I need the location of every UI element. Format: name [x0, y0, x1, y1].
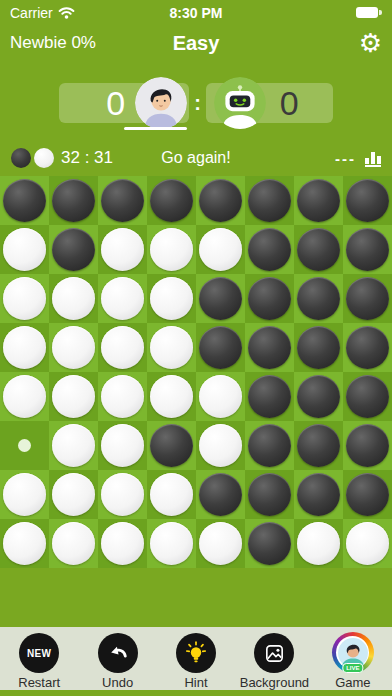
board-cell[interactable]	[98, 225, 147, 274]
board	[0, 176, 392, 568]
white-disc	[101, 326, 144, 369]
legal-move-dot[interactable]	[18, 439, 31, 452]
board-cell[interactable]	[294, 274, 343, 323]
board-cell[interactable]	[343, 274, 392, 323]
restart-label: Restart	[18, 675, 60, 690]
board-cell[interactable]	[0, 274, 49, 323]
board-cell[interactable]	[49, 323, 98, 372]
white-disc	[52, 522, 95, 565]
black-disc	[248, 375, 291, 418]
board-cell[interactable]	[49, 372, 98, 421]
black-disc	[248, 522, 291, 565]
robot-avatar	[214, 77, 266, 129]
hint-button[interactable]: Hint	[157, 627, 235, 690]
undo-label: Undo	[102, 675, 133, 690]
board-cell[interactable]	[0, 470, 49, 519]
board-cell[interactable]	[98, 421, 147, 470]
board-cell[interactable]	[196, 519, 245, 568]
board-cell[interactable]	[98, 274, 147, 323]
board-cell[interactable]	[0, 519, 49, 568]
white-disc	[101, 473, 144, 516]
board-cell[interactable]	[196, 323, 245, 372]
black-disc	[297, 277, 340, 320]
board-cell[interactable]	[147, 274, 196, 323]
status-bar: Carrier 8:30 PM	[0, 0, 392, 25]
player-score: 0	[106, 83, 125, 123]
black-disc	[346, 375, 389, 418]
white-disc	[150, 473, 193, 516]
ai-score: 0	[280, 83, 299, 123]
board-cell[interactable]	[245, 225, 294, 274]
score-separator: :	[194, 92, 201, 115]
board-cell[interactable]	[147, 372, 196, 421]
white-disc	[199, 522, 242, 565]
white-disc	[101, 277, 144, 320]
board-cell[interactable]	[49, 519, 98, 568]
white-disc	[3, 473, 46, 516]
restart-button[interactable]: NEW Restart	[0, 627, 78, 690]
board-cell[interactable]	[196, 176, 245, 225]
black-disc	[52, 179, 95, 222]
board-cell[interactable]	[147, 225, 196, 274]
new-badge-icon: NEW	[19, 633, 59, 673]
black-disc	[199, 179, 242, 222]
black-disc	[297, 228, 340, 271]
black-disc	[297, 473, 340, 516]
lightbulb-icon	[176, 633, 216, 673]
black-disc	[248, 277, 291, 320]
black-disc	[346, 424, 389, 467]
white-disc	[346, 522, 389, 565]
header: Newbie 0% Easy ⚙	[0, 25, 392, 61]
board-cell[interactable]	[49, 225, 98, 274]
black-disc	[248, 473, 291, 516]
board-cell[interactable]	[147, 176, 196, 225]
board-cell[interactable]	[294, 519, 343, 568]
white-disc	[297, 522, 340, 565]
black-disc	[248, 326, 291, 369]
board-cell[interactable]	[98, 470, 147, 519]
undo-arrow-icon	[98, 633, 138, 673]
background-button[interactable]: Background	[235, 627, 313, 690]
black-disc	[248, 424, 291, 467]
white-disc	[52, 473, 95, 516]
board-cell[interactable]	[196, 470, 245, 519]
white-disc	[101, 375, 144, 418]
black-disc	[3, 179, 46, 222]
board-cell[interactable]	[343, 176, 392, 225]
hint-label: Hint	[184, 675, 207, 690]
board-cell[interactable]	[196, 274, 245, 323]
black-disc	[101, 179, 144, 222]
game-button[interactable]: LIVE Game	[314, 627, 392, 690]
white-disc	[150, 277, 193, 320]
black-disc	[248, 179, 291, 222]
black-disc	[297, 375, 340, 418]
board-cell[interactable]	[0, 421, 49, 470]
board-cell[interactable]	[49, 421, 98, 470]
white-disc	[150, 228, 193, 271]
undo-button[interactable]: Undo	[78, 627, 156, 690]
rank-label: Newbie 0%	[10, 33, 96, 53]
black-disc	[297, 424, 340, 467]
white-disc	[150, 326, 193, 369]
board-cell[interactable]	[294, 470, 343, 519]
white-disc	[199, 228, 242, 271]
board-cell[interactable]	[245, 372, 294, 421]
board-cell[interactable]	[245, 176, 294, 225]
black-disc	[297, 179, 340, 222]
scoreboard: 0 :	[0, 83, 392, 123]
black-disc	[199, 277, 242, 320]
white-disc	[3, 375, 46, 418]
black-disc	[346, 228, 389, 271]
black-disc	[346, 277, 389, 320]
black-disc	[199, 473, 242, 516]
board-cell[interactable]	[294, 372, 343, 421]
white-disc	[101, 228, 144, 271]
board-cell[interactable]	[0, 323, 49, 372]
black-disc	[150, 179, 193, 222]
board-cell[interactable]	[147, 323, 196, 372]
board-cell[interactable]	[196, 225, 245, 274]
board-cell[interactable]	[147, 470, 196, 519]
board-cell[interactable]	[343, 470, 392, 519]
black-disc	[346, 473, 389, 516]
game-avatar-icon: LIVE	[332, 632, 374, 673]
board-cell[interactable]	[49, 470, 98, 519]
clock: 8:30 PM	[0, 5, 392, 21]
white-disc	[199, 424, 242, 467]
board-cell[interactable]	[0, 176, 49, 225]
board-cell[interactable]	[49, 274, 98, 323]
board-cell[interactable]	[343, 225, 392, 274]
board-cell[interactable]	[245, 274, 294, 323]
app-screen: Carrier 8:30 PM Newbie 0% Easy ⚙ 0	[0, 0, 392, 696]
board-cell[interactable]	[196, 372, 245, 421]
background-label: Background	[240, 675, 309, 690]
black-disc	[150, 424, 193, 467]
player-score-box: 0	[59, 83, 189, 123]
toolbar: NEW Restart Undo	[0, 627, 392, 690]
board-cell[interactable]	[343, 323, 392, 372]
board-cell[interactable]	[245, 421, 294, 470]
board-cell[interactable]	[294, 176, 343, 225]
live-badge: LIVE	[342, 663, 363, 673]
board-cell[interactable]	[294, 421, 343, 470]
white-disc	[199, 375, 242, 418]
board-cell[interactable]	[245, 519, 294, 568]
white-disc	[3, 228, 46, 271]
board-cell[interactable]	[98, 176, 147, 225]
board-cell[interactable]	[0, 225, 49, 274]
board-cell[interactable]	[98, 372, 147, 421]
status-message: Go again!	[0, 149, 392, 167]
board-cell[interactable]	[147, 519, 196, 568]
board-cell[interactable]	[98, 519, 147, 568]
human-avatar	[135, 77, 187, 129]
board-cell[interactable]	[343, 519, 392, 568]
white-disc	[52, 277, 95, 320]
board-cell[interactable]	[49, 176, 98, 225]
board-cell[interactable]	[343, 421, 392, 470]
white-disc	[3, 326, 46, 369]
active-player-underline	[124, 127, 187, 130]
photo-icon	[254, 633, 294, 673]
white-disc	[52, 375, 95, 418]
black-disc	[52, 228, 95, 271]
ai-score-box: 0	[206, 83, 333, 123]
board-cell[interactable]	[196, 421, 245, 470]
black-disc	[199, 326, 242, 369]
black-disc	[346, 326, 389, 369]
white-disc	[52, 424, 95, 467]
board-cell[interactable]	[245, 323, 294, 372]
white-disc	[150, 522, 193, 565]
battery-icon	[356, 7, 378, 18]
gear-icon[interactable]: ⚙	[359, 30, 382, 56]
info-row: Go again! 32 : 31 ---	[0, 145, 392, 171]
white-disc	[101, 424, 144, 467]
board-cell[interactable]	[147, 421, 196, 470]
board-cell[interactable]	[0, 372, 49, 421]
board-cell[interactable]	[294, 323, 343, 372]
board-cell[interactable]	[294, 225, 343, 274]
board-cell[interactable]	[343, 372, 392, 421]
white-disc	[150, 375, 193, 418]
board-cell[interactable]	[245, 470, 294, 519]
board-cell[interactable]	[98, 323, 147, 372]
white-disc	[3, 277, 46, 320]
white-disc	[52, 326, 95, 369]
game-label: Game	[335, 675, 370, 690]
black-disc	[297, 326, 340, 369]
white-disc	[101, 522, 144, 565]
black-disc	[346, 179, 389, 222]
black-disc	[248, 228, 291, 271]
difficulty-title: Easy	[173, 32, 220, 55]
white-disc	[3, 522, 46, 565]
